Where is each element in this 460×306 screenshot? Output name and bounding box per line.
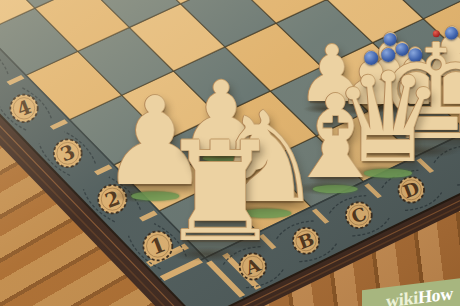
scene: 1234ABCD ♟♟♟♟♟♟♟♚♟♛♝♟♞♜ wikiHow (0, 0, 460, 306)
pieces-layer: ♟♟♟♟♟♟♟♚♟♛♝♟♞♜ (0, 0, 460, 306)
watermark-wiki-text: wiki (386, 287, 418, 306)
piece-white-rook[interactable]: ♜ (158, 124, 282, 262)
watermark-how-text: How (418, 283, 453, 306)
red-finial-dot (432, 30, 439, 37)
piece-glyph: ♜ (158, 124, 282, 262)
